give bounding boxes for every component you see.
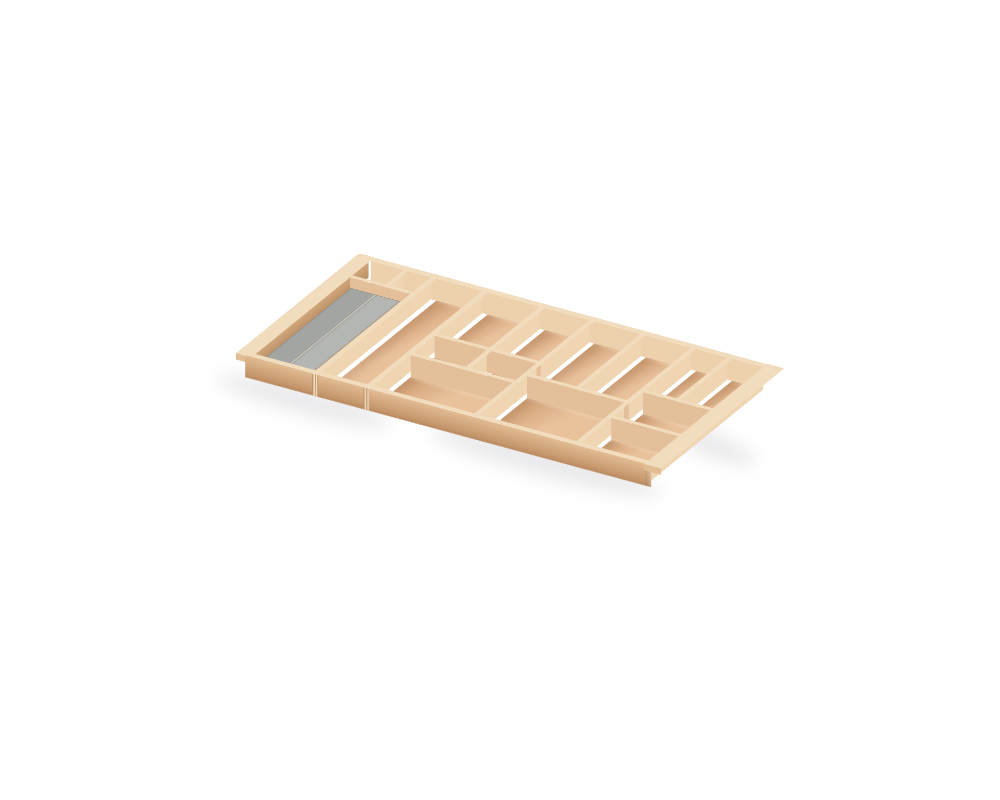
module-seam-1 xyxy=(312,373,317,397)
module-seam-2 xyxy=(364,387,369,411)
product-photo: { "scene": { "title": "Wooden cutlery tr… xyxy=(0,0,1000,800)
